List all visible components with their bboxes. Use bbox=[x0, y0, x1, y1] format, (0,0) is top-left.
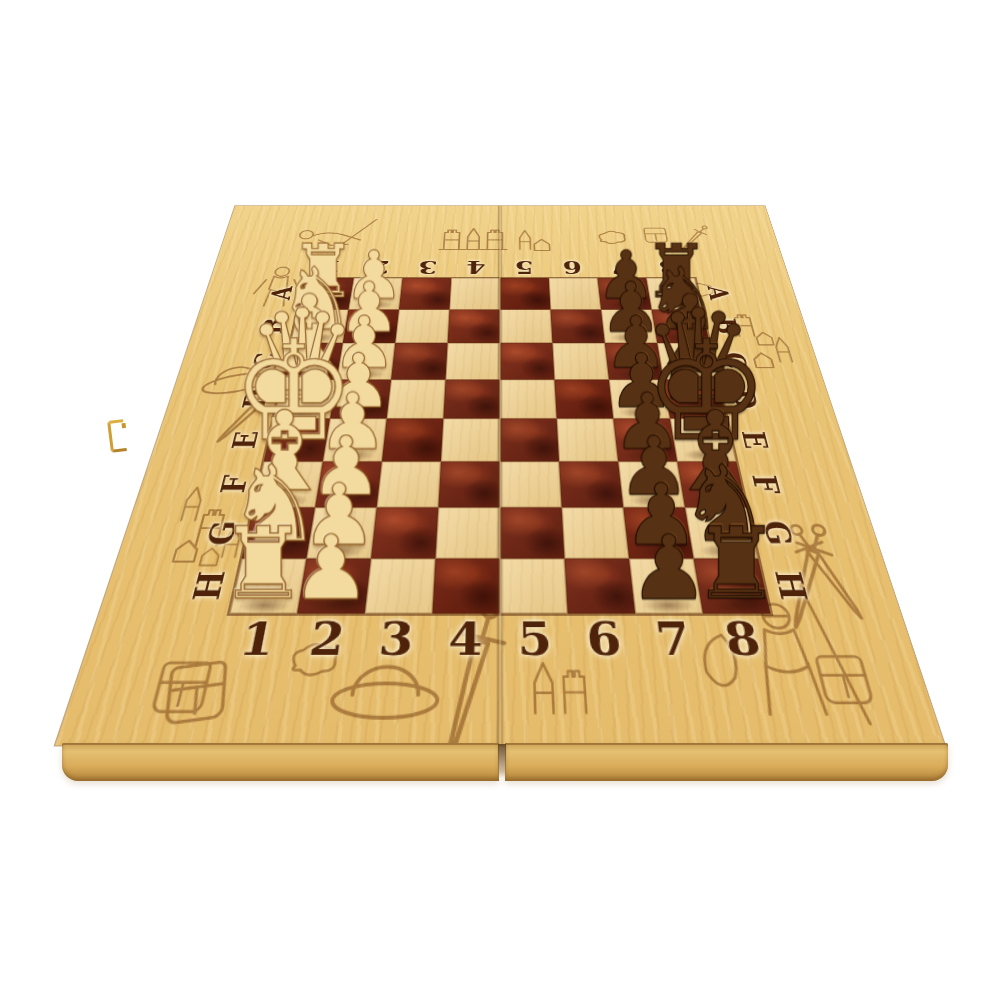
chess-piece-glyph: ♜ bbox=[693, 516, 782, 610]
rank-label-top-2: 2 bbox=[369, 258, 391, 276]
rank-label-top-8: 8 bbox=[658, 258, 681, 276]
front-edge-right-half bbox=[505, 743, 948, 781]
rank-label-top-3: 3 bbox=[417, 258, 438, 276]
front-edge-hinge-gap bbox=[498, 744, 506, 778]
rank-label-top-1: 1 bbox=[320, 258, 343, 276]
rank-label-top-4: 4 bbox=[466, 258, 486, 276]
chess-piece-glyph: ♜ bbox=[219, 516, 308, 610]
rank-label-top-6: 6 bbox=[562, 258, 583, 276]
chess-board[interactable]: AABBCCDDEEFFGGHH1122334455667788 ♜♞♝♛♚♝♞… bbox=[55, 206, 945, 746]
black-rook-h8[interactable]: ♜ bbox=[694, 558, 771, 614]
rank-label-top-5: 5 bbox=[514, 258, 534, 276]
white-rook-h1[interactable]: ♜ bbox=[229, 558, 306, 614]
brass-clasp-icon[interactable] bbox=[107, 419, 127, 453]
rank-label-top-7: 7 bbox=[610, 258, 632, 276]
product-photo-stage: AABBCCDDEEFFGGHH1122334455667788 ♜♞♝♛♚♝♞… bbox=[0, 0, 1000, 1000]
front-edge-left-half bbox=[62, 743, 499, 781]
board-front-edge bbox=[62, 743, 948, 781]
